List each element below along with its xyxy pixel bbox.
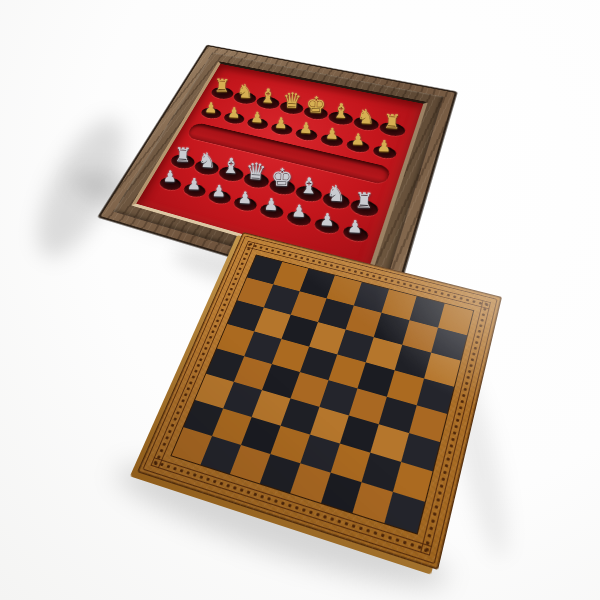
product-photo-scene: ♜♞♝♛♚♝♞♜♟♟♟♟♟♟♟♟♜♞♝♛♚♝♞♜♟♟♟♟♟♟♟♟ [0, 0, 600, 600]
